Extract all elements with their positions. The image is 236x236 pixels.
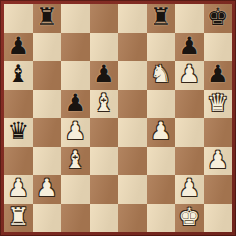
square-b8[interactable]: ♜ [33,4,62,33]
square-c4[interactable]: ♟ [61,118,90,147]
square-c6[interactable] [61,61,90,90]
piece-white-pawn: ♟ [36,174,58,202]
square-g5[interactable] [175,90,204,119]
board-frame: ♜♜♚♟♟♝♟♞♟♟♟♝♛♛♟♟♝♟♟♟♟♜♚ [0,0,236,236]
square-e8[interactable] [118,4,147,33]
piece-black-pawn: ♟ [93,60,115,88]
square-c7[interactable] [61,33,90,62]
piece-white-knight: ♞ [150,60,172,88]
square-h5[interactable]: ♛ [204,90,233,119]
piece-white-bishop: ♝ [93,89,115,117]
piece-white-pawn: ♟ [64,117,86,145]
square-f7[interactable] [147,33,176,62]
piece-white-queen: ♛ [207,89,229,117]
square-f2[interactable] [147,175,176,204]
square-d7[interactable] [90,33,119,62]
piece-white-pawn: ♟ [7,174,29,202]
square-g4[interactable] [175,118,204,147]
square-h1[interactable] [204,204,233,233]
square-g7[interactable]: ♟ [175,33,204,62]
square-d8[interactable] [90,4,119,33]
square-g1[interactable]: ♚ [175,204,204,233]
square-a5[interactable] [4,90,33,119]
square-a7[interactable]: ♟ [4,33,33,62]
square-h8[interactable]: ♚ [204,4,233,33]
square-b5[interactable] [33,90,62,119]
square-a8[interactable] [4,4,33,33]
piece-white-bishop: ♝ [64,146,86,174]
piece-white-pawn: ♟ [150,117,172,145]
piece-black-queen: ♛ [7,117,29,145]
square-e3[interactable] [118,147,147,176]
square-b4[interactable] [33,118,62,147]
square-h4[interactable] [204,118,233,147]
square-f8[interactable]: ♜ [147,4,176,33]
square-d3[interactable] [90,147,119,176]
square-e1[interactable] [118,204,147,233]
square-f5[interactable] [147,90,176,119]
square-b7[interactable] [33,33,62,62]
square-a4[interactable]: ♛ [4,118,33,147]
square-b6[interactable] [33,61,62,90]
square-d6[interactable]: ♟ [90,61,119,90]
square-c5[interactable]: ♟ [61,90,90,119]
chess-board: ♜♜♚♟♟♝♟♞♟♟♟♝♛♛♟♟♝♟♟♟♟♜♚ [4,4,232,232]
square-d1[interactable] [90,204,119,233]
square-e4[interactable] [118,118,147,147]
piece-white-pawn: ♟ [178,60,200,88]
square-f4[interactable]: ♟ [147,118,176,147]
square-h3[interactable]: ♟ [204,147,233,176]
square-a2[interactable]: ♟ [4,175,33,204]
square-d4[interactable] [90,118,119,147]
square-e6[interactable] [118,61,147,90]
square-h7[interactable] [204,33,233,62]
square-c1[interactable] [61,204,90,233]
piece-white-rook: ♜ [7,203,29,231]
piece-black-pawn: ♟ [178,32,200,60]
square-a6[interactable]: ♝ [4,61,33,90]
piece-black-rook: ♜ [150,3,172,31]
square-e2[interactable] [118,175,147,204]
square-a3[interactable] [4,147,33,176]
square-c8[interactable] [61,4,90,33]
piece-black-pawn: ♟ [7,32,29,60]
square-c3[interactable]: ♝ [61,147,90,176]
piece-white-pawn: ♟ [207,146,229,174]
square-g2[interactable]: ♟ [175,175,204,204]
square-d5[interactable]: ♝ [90,90,119,119]
piece-black-bishop: ♝ [7,60,29,88]
square-b2[interactable]: ♟ [33,175,62,204]
square-d2[interactable] [90,175,119,204]
square-c2[interactable] [61,175,90,204]
square-h2[interactable] [204,175,233,204]
square-g8[interactable] [175,4,204,33]
square-f6[interactable]: ♞ [147,61,176,90]
square-b1[interactable] [33,204,62,233]
piece-black-rook: ♜ [36,3,58,31]
square-a1[interactable]: ♜ [4,204,33,233]
square-e7[interactable] [118,33,147,62]
square-e5[interactable] [118,90,147,119]
square-f1[interactable] [147,204,176,233]
square-g6[interactable]: ♟ [175,61,204,90]
square-b3[interactable] [33,147,62,176]
piece-black-king: ♚ [207,3,229,31]
piece-white-king: ♚ [178,203,200,231]
square-f3[interactable] [147,147,176,176]
piece-black-pawn: ♟ [207,60,229,88]
piece-black-pawn: ♟ [64,89,86,117]
square-g3[interactable] [175,147,204,176]
piece-white-pawn: ♟ [178,174,200,202]
square-h6[interactable]: ♟ [204,61,233,90]
